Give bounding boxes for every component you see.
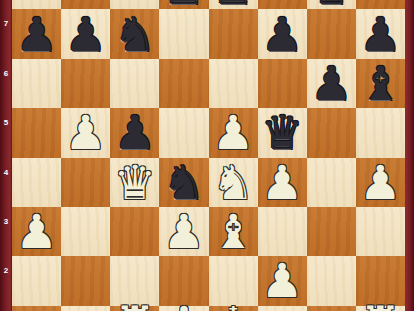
piece-black-bishop: ♝: [359, 59, 401, 108]
square-c4[interactable]: ♛: [110, 158, 159, 207]
square-d4[interactable]: ♞: [159, 158, 208, 207]
square-f7[interactable]: ♟: [258, 9, 307, 58]
square-a5[interactable]: [12, 108, 61, 157]
square-b4[interactable]: [61, 158, 110, 207]
square-d3[interactable]: ♟: [159, 207, 208, 256]
rank-label-6: 6: [0, 70, 12, 78]
square-g5[interactable]: [307, 108, 356, 157]
piece-white-queen: ♛: [114, 158, 156, 207]
square-e6[interactable]: [209, 59, 258, 108]
square-b7[interactable]: ♟: [61, 9, 110, 58]
square-b3[interactable]: [61, 207, 110, 256]
piece-white-pawn: ♟: [15, 207, 57, 256]
square-b1[interactable]: [61, 306, 110, 311]
square-f3[interactable]: [258, 207, 307, 256]
square-c7[interactable]: ♞: [110, 9, 159, 58]
square-f2[interactable]: ♟: [258, 256, 307, 305]
rank-label-4: 4: [0, 169, 12, 177]
square-h8[interactable]: [356, 0, 405, 9]
square-h2[interactable]: [356, 256, 405, 305]
square-a6[interactable]: [12, 59, 61, 108]
square-a7[interactable]: ♟: [12, 9, 61, 58]
square-d1[interactable]: ♝: [159, 306, 208, 311]
square-g1[interactable]: [307, 306, 356, 311]
piece-black-knight: ♞: [114, 10, 156, 59]
square-f4[interactable]: ♟: [258, 158, 307, 207]
square-d6[interactable]: [159, 59, 208, 108]
piece-black-pawn: ♟: [65, 10, 107, 59]
square-d7[interactable]: [159, 9, 208, 58]
square-f6[interactable]: [258, 59, 307, 108]
square-g8[interactable]: ♚: [307, 0, 356, 9]
board-viewport: ♜♜♚♟♟♞♟♟♟♝♟♟♟♛♛♞♞♟♟♟♟♝♟♜♝♚♜: [12, 0, 405, 311]
piece-black-pawn: ♟: [114, 108, 156, 157]
square-c6[interactable]: [110, 59, 159, 108]
square-g4[interactable]: [307, 158, 356, 207]
rank-label-5: 5: [0, 119, 12, 127]
square-h6[interactable]: ♝: [356, 59, 405, 108]
square-c3[interactable]: [110, 207, 159, 256]
piece-black-knight: ♞: [163, 158, 205, 207]
square-b5[interactable]: ♟: [61, 108, 110, 157]
square-c1[interactable]: ♜: [110, 306, 159, 311]
square-f1[interactable]: [258, 306, 307, 311]
square-e2[interactable]: [209, 256, 258, 305]
square-h1[interactable]: ♜: [356, 306, 405, 311]
board-border-left: [0, 0, 12, 311]
square-h4[interactable]: ♟: [356, 158, 405, 207]
square-e3[interactable]: ♝: [209, 207, 258, 256]
square-e4[interactable]: ♞: [209, 158, 258, 207]
piece-white-pawn: ♟: [261, 256, 303, 305]
square-g2[interactable]: [307, 256, 356, 305]
rank-label-7: 7: [0, 20, 12, 28]
square-a4[interactable]: [12, 158, 61, 207]
piece-black-pawn: ♟: [359, 10, 401, 59]
square-c8[interactable]: [110, 0, 159, 9]
piece-white-pawn: ♟: [212, 108, 254, 157]
piece-black-pawn: ♟: [310, 59, 352, 108]
square-a1[interactable]: [12, 306, 61, 311]
rank-label-2: 2: [0, 267, 12, 275]
square-h7[interactable]: ♟: [356, 9, 405, 58]
square-h3[interactable]: [356, 207, 405, 256]
rank-label-3: 3: [0, 218, 12, 226]
square-a8[interactable]: [12, 0, 61, 9]
piece-white-pawn: ♟: [65, 108, 107, 157]
square-g3[interactable]: [307, 207, 356, 256]
square-e1[interactable]: ♚: [209, 306, 258, 311]
piece-white-bishop: ♝: [212, 207, 254, 256]
square-e8[interactable]: ♜: [209, 0, 258, 9]
square-d5[interactable]: [159, 108, 208, 157]
piece-white-pawn: ♟: [261, 158, 303, 207]
square-a2[interactable]: [12, 256, 61, 305]
piece-white-knight: ♞: [212, 158, 254, 207]
square-c5[interactable]: ♟: [110, 108, 159, 157]
square-f5[interactable]: ♛: [258, 108, 307, 157]
piece-black-pawn: ♟: [261, 10, 303, 59]
chess-board-screenshot: ♜♜♚♟♟♞♟♟♟♝♟♟♟♛♛♞♞♟♟♟♟♝♟♜♝♚♜ 765432: [0, 0, 414, 311]
piece-black-queen: ♛: [261, 108, 303, 157]
square-f8[interactable]: [258, 0, 307, 9]
square-e7[interactable]: [209, 9, 258, 58]
square-b6[interactable]: [61, 59, 110, 108]
square-d2[interactable]: [159, 256, 208, 305]
square-g6[interactable]: ♟: [307, 59, 356, 108]
square-b2[interactable]: [61, 256, 110, 305]
square-e5[interactable]: ♟: [209, 108, 258, 157]
square-b8[interactable]: [61, 0, 110, 9]
square-d8[interactable]: ♜: [159, 0, 208, 9]
piece-white-pawn: ♟: [359, 158, 401, 207]
piece-black-pawn: ♟: [15, 10, 57, 59]
square-c2[interactable]: [110, 256, 159, 305]
square-a3[interactable]: ♟: [12, 207, 61, 256]
board-grid: ♜♜♚♟♟♞♟♟♟♝♟♟♟♛♛♞♞♟♟♟♟♝♟♜♝♚♜: [12, 0, 405, 311]
square-g7[interactable]: [307, 9, 356, 58]
board-border-right: [405, 0, 414, 311]
square-h5[interactable]: [356, 108, 405, 157]
piece-white-pawn: ♟: [163, 207, 205, 256]
